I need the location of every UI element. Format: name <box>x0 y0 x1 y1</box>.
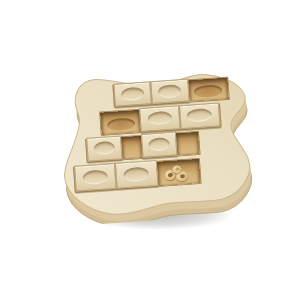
open-slot[interactable] <box>176 132 199 155</box>
slide-cover[interactable] <box>74 163 117 192</box>
compartment-hollow <box>106 117 135 131</box>
finger-dimple <box>121 87 144 101</box>
treat-spot <box>175 167 179 171</box>
product-photo-scene <box>0 0 300 300</box>
puzzle-board <box>44 43 265 227</box>
finger-dimple <box>158 84 181 98</box>
open-compartment[interactable] <box>100 110 141 135</box>
finger-dimple <box>93 141 115 156</box>
slide-cover[interactable] <box>115 160 158 189</box>
slide-cover[interactable] <box>139 105 180 132</box>
finger-dimple <box>123 166 149 182</box>
finger-dimple <box>187 108 212 123</box>
finger-dimple <box>147 111 172 126</box>
slide-cover[interactable] <box>151 79 190 105</box>
finger-dimple <box>82 169 108 185</box>
finger-dimple <box>148 137 170 152</box>
compartment-hollow <box>194 84 223 98</box>
slide-cover[interactable] <box>179 102 221 129</box>
slide-cover[interactable] <box>113 81 152 107</box>
open-compartment[interactable] <box>188 78 229 102</box>
treat-spot <box>179 174 185 179</box>
slide-cover[interactable] <box>86 135 123 161</box>
treat-compartment[interactable] <box>157 159 201 186</box>
open-slot[interactable] <box>121 136 142 159</box>
slide-cover[interactable] <box>141 132 178 158</box>
